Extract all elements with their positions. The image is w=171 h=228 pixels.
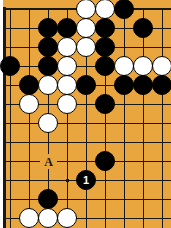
white-stone xyxy=(95,0,115,19)
white-stone xyxy=(38,75,58,95)
go-board: A1 xyxy=(0,0,171,228)
black-stone xyxy=(114,75,134,95)
white-stone xyxy=(57,208,77,228)
white-stone xyxy=(19,208,39,228)
white-stone xyxy=(76,18,96,38)
go-diagram: A1 xyxy=(0,0,171,228)
black-stone xyxy=(95,56,115,76)
white-stone xyxy=(19,94,39,114)
white-stone xyxy=(57,37,77,57)
black-stone xyxy=(95,18,115,38)
black-stone xyxy=(38,56,58,76)
black-stone xyxy=(114,0,134,19)
black-stone xyxy=(95,151,115,171)
white-stone xyxy=(57,75,77,95)
black-stone xyxy=(95,37,115,57)
white-stone xyxy=(76,0,96,19)
black-stone xyxy=(19,75,39,95)
black-stone xyxy=(76,75,96,95)
white-stone xyxy=(152,56,171,76)
black-stone xyxy=(0,56,20,76)
white-stone xyxy=(57,56,77,76)
black-stone xyxy=(133,75,153,95)
black-stone xyxy=(95,94,115,114)
star-point xyxy=(66,179,69,182)
black-stone xyxy=(38,189,58,209)
black-stone xyxy=(38,37,58,57)
board-left-edge-line xyxy=(3,7,6,228)
point-label-A: A xyxy=(40,154,57,169)
black-stone xyxy=(152,75,171,95)
white-stone xyxy=(38,208,58,228)
black-stone-move-1: 1 xyxy=(76,170,96,190)
white-stone xyxy=(76,37,96,57)
white-stone xyxy=(57,94,77,114)
black-stone xyxy=(38,18,58,38)
white-stone xyxy=(133,56,153,76)
black-stone xyxy=(57,18,77,38)
white-stone xyxy=(38,113,58,133)
black-stone xyxy=(133,18,153,38)
white-stone xyxy=(114,56,134,76)
move-number-label: 1 xyxy=(83,175,89,186)
